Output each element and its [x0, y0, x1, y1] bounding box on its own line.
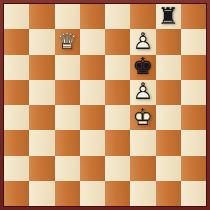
- square-c8[interactable]: [55, 4, 80, 29]
- square-c7[interactable]: ♛♕: [55, 29, 80, 54]
- white-pawn-outline-glyph: ♙: [130, 29, 155, 54]
- square-a5[interactable]: [4, 80, 29, 105]
- square-a3[interactable]: [4, 130, 29, 155]
- square-e7[interactable]: [105, 29, 130, 54]
- square-g2[interactable]: [156, 156, 181, 181]
- white-king[interactable]: ♚♔: [130, 105, 155, 130]
- square-d5[interactable]: [80, 80, 105, 105]
- square-d4[interactable]: [80, 105, 105, 130]
- black-king-glyph: ♚: [130, 55, 155, 80]
- square-d2[interactable]: [80, 156, 105, 181]
- square-b5[interactable]: [29, 80, 54, 105]
- square-a6[interactable]: [4, 55, 29, 80]
- square-h8[interactable]: [181, 4, 206, 29]
- square-f3[interactable]: [130, 130, 155, 155]
- square-f4[interactable]: ♚♔: [130, 105, 155, 130]
- white-king-outline-glyph: ♔: [130, 105, 155, 130]
- square-c2[interactable]: [55, 156, 80, 181]
- square-c4[interactable]: [55, 105, 80, 130]
- square-c5[interactable]: [55, 80, 80, 105]
- square-a7[interactable]: [4, 29, 29, 54]
- square-b1[interactable]: [29, 181, 54, 206]
- square-c6[interactable]: [55, 55, 80, 80]
- square-f6[interactable]: ♚: [130, 55, 155, 80]
- chess-board: ♜♛♕♟♙♚♟♙♚♔: [4, 4, 206, 206]
- square-h6[interactable]: [181, 55, 206, 80]
- square-b8[interactable]: [29, 4, 54, 29]
- square-a1[interactable]: [4, 181, 29, 206]
- square-d6[interactable]: [80, 55, 105, 80]
- square-e5[interactable]: [105, 80, 130, 105]
- square-g3[interactable]: [156, 130, 181, 155]
- square-f5[interactable]: ♟♙: [130, 80, 155, 105]
- square-e6[interactable]: [105, 55, 130, 80]
- square-h7[interactable]: [181, 29, 206, 54]
- square-f1[interactable]: [130, 181, 155, 206]
- square-d8[interactable]: [80, 4, 105, 29]
- square-b6[interactable]: [29, 55, 54, 80]
- black-rook[interactable]: ♜: [156, 4, 181, 29]
- square-a4[interactable]: [4, 105, 29, 130]
- square-g4[interactable]: [156, 105, 181, 130]
- square-d3[interactable]: [80, 130, 105, 155]
- square-g8[interactable]: ♜: [156, 4, 181, 29]
- square-a8[interactable]: [4, 4, 29, 29]
- square-f2[interactable]: [130, 156, 155, 181]
- square-a2[interactable]: [4, 156, 29, 181]
- square-g1[interactable]: [156, 181, 181, 206]
- white-pawn-outline-glyph: ♙: [130, 80, 155, 105]
- square-e2[interactable]: [105, 156, 130, 181]
- square-e1[interactable]: [105, 181, 130, 206]
- square-c3[interactable]: [55, 130, 80, 155]
- square-g7[interactable]: [156, 29, 181, 54]
- black-king[interactable]: ♚: [130, 55, 155, 80]
- black-rook-glyph: ♜: [156, 4, 181, 29]
- square-h4[interactable]: [181, 105, 206, 130]
- square-h1[interactable]: [181, 181, 206, 206]
- square-h5[interactable]: [181, 80, 206, 105]
- square-b3[interactable]: [29, 130, 54, 155]
- white-queen[interactable]: ♛♕: [55, 29, 80, 54]
- square-e8[interactable]: [105, 4, 130, 29]
- square-h2[interactable]: [181, 156, 206, 181]
- white-pawn[interactable]: ♟♙: [130, 29, 155, 54]
- square-b7[interactable]: [29, 29, 54, 54]
- board-frame: ♜♛♕♟♙♚♟♙♚♔: [0, 0, 210, 210]
- square-d1[interactable]: [80, 181, 105, 206]
- square-f8[interactable]: [130, 4, 155, 29]
- square-g6[interactable]: [156, 55, 181, 80]
- square-e4[interactable]: [105, 105, 130, 130]
- square-b4[interactable]: [29, 105, 54, 130]
- square-b2[interactable]: [29, 156, 54, 181]
- square-e3[interactable]: [105, 130, 130, 155]
- square-f7[interactable]: ♟♙: [130, 29, 155, 54]
- square-g5[interactable]: [156, 80, 181, 105]
- square-d7[interactable]: [80, 29, 105, 54]
- square-c1[interactable]: [55, 181, 80, 206]
- square-h3[interactable]: [181, 130, 206, 155]
- white-queen-outline-glyph: ♕: [55, 29, 80, 54]
- white-pawn[interactable]: ♟♙: [130, 80, 155, 105]
